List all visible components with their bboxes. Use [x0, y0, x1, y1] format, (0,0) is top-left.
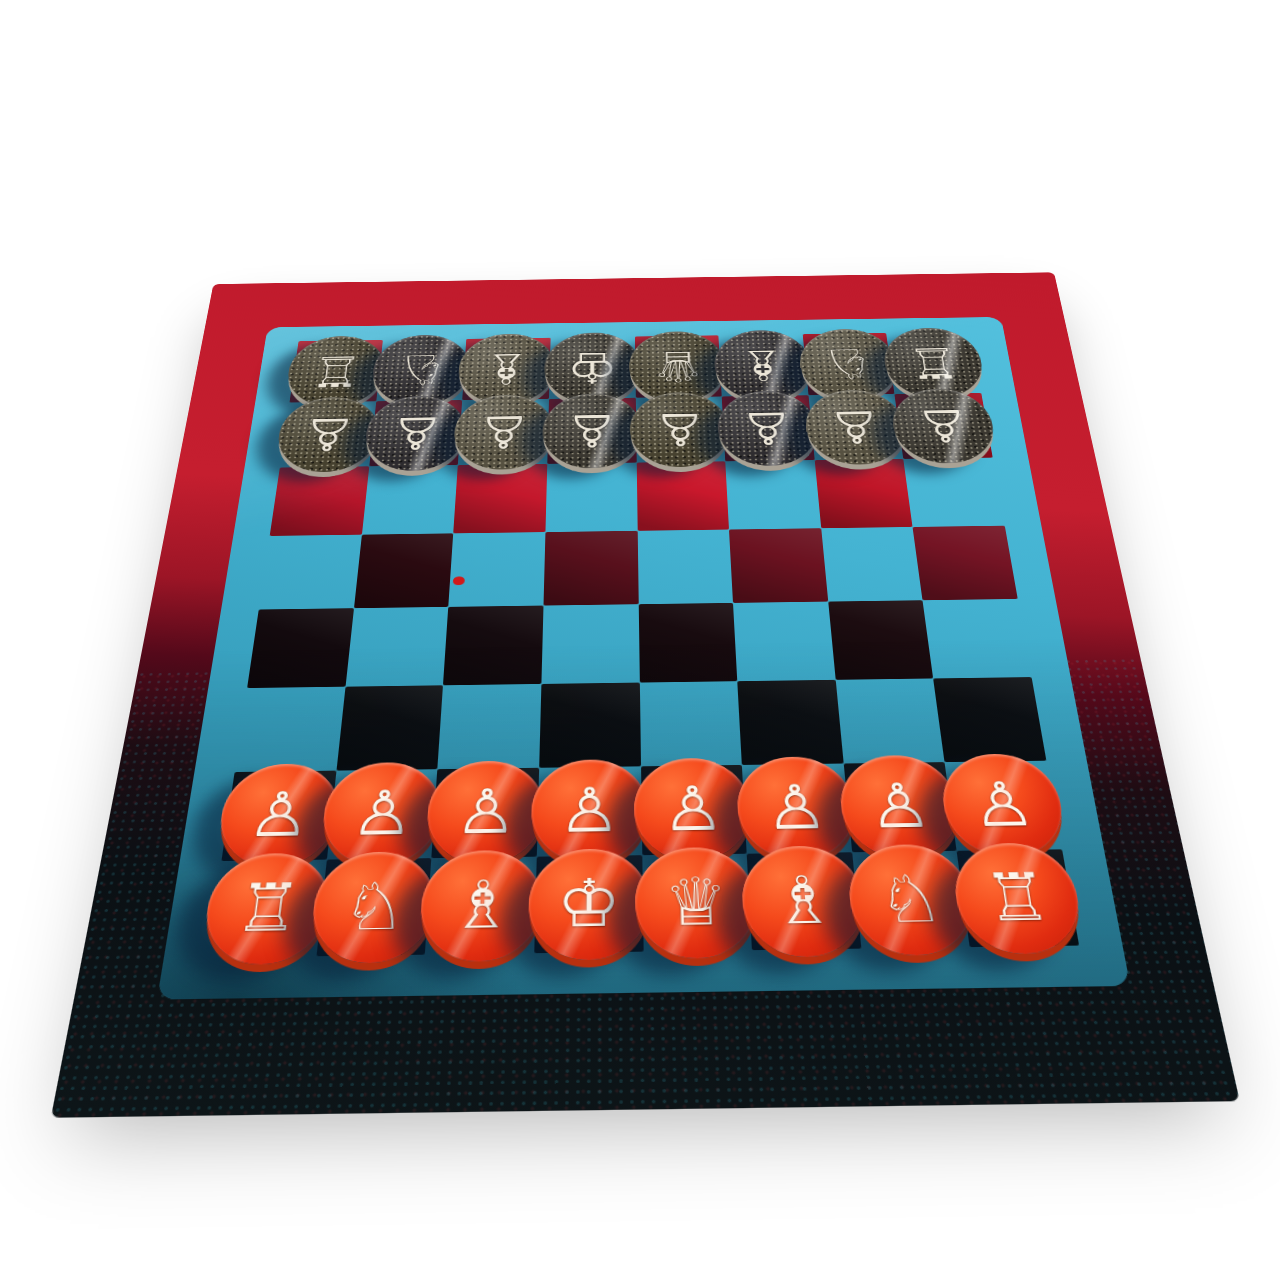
- bishop-glyph: ♗: [736, 344, 790, 386]
- piece-b7-pawn-black[interactable]: ♙: [363, 395, 469, 471]
- pawn-glyph: ♙: [913, 403, 973, 448]
- pawn-glyph: ♙: [740, 405, 796, 450]
- pawn-glyph: ♙: [299, 411, 357, 456]
- pawn-glyph: ♙: [865, 776, 934, 838]
- pawn-glyph: ♙: [661, 779, 725, 841]
- piece-d1-king-red[interactable]: ♔: [527, 848, 650, 961]
- pawn-glyph: ♙: [453, 781, 518, 843]
- piece-c1-bishop-red[interactable]: ♗: [417, 850, 543, 963]
- pawn-glyph: ♙: [349, 783, 416, 845]
- piece-e1-queen-red[interactable]: ♕: [635, 847, 760, 960]
- photo-background: ♖♘♗♔♕♗♘♖♙♙♙♙♙♙♙♙♙♙♙♙♙♙♙♙♖♘♗♔♕♗♘♖: [0, 0, 1280, 1280]
- rook-glyph: ♖: [231, 875, 304, 942]
- pawn-glyph: ♙: [565, 408, 618, 453]
- pawn-glyph: ♙: [244, 784, 314, 846]
- piece-h7-pawn-black[interactable]: ♙: [889, 388, 1000, 464]
- knight-glyph: ♘: [339, 873, 409, 940]
- queen-glyph: ♕: [652, 345, 705, 387]
- knight-glyph: ♘: [874, 866, 946, 932]
- rook-glyph: ♖: [308, 350, 364, 392]
- piece-h1-rook-red[interactable]: ♖: [949, 842, 1087, 954]
- pieces-layer: ♖♘♗♔♕♗♘♖♙♙♙♙♙♙♙♙♙♙♙♙♙♙♙♙♖♘♗♔♕♗♘♖: [207, 332, 1079, 958]
- pawn-glyph: ♙: [388, 410, 445, 455]
- knight-glyph: ♘: [820, 343, 876, 385]
- painted-sheet: ♖♘♗♔♕♗♘♖♙♙♙♙♙♙♙♙♙♙♙♙♙♙♙♙♖♘♗♔♕♗♘♖: [51, 272, 1240, 1117]
- rook-glyph: ♖: [905, 341, 963, 383]
- pawn-glyph: ♙: [477, 409, 532, 454]
- pawn-glyph: ♙: [827, 404, 885, 449]
- queen-glyph: ♕: [663, 869, 729, 936]
- pawn-glyph: ♙: [653, 407, 707, 452]
- king-glyph: ♔: [556, 871, 621, 938]
- pawn-glyph: ♙: [763, 777, 830, 839]
- piece-b1-knight-red[interactable]: ♘: [308, 851, 439, 964]
- bishop-glyph: ♗: [480, 347, 533, 389]
- bishop-glyph: ♗: [448, 872, 515, 939]
- piece-d7-pawn-black[interactable]: ♙: [541, 393, 642, 469]
- bishop-glyph: ♗: [769, 868, 838, 935]
- king-glyph: ♔: [566, 346, 618, 388]
- chess-board: ♖♘♗♔♕♗♘♖♙♙♙♙♙♙♙♙♙♙♙♙♙♙♙♙♖♘♗♔♕♗♘♖: [51, 272, 1240, 1117]
- playing-field: ♖♘♗♔♕♗♘♖♙♙♙♙♙♙♙♙♙♙♙♙♙♙♙♙♖♘♗♔♕♗♘♖: [157, 317, 1130, 1000]
- rook-glyph: ♖: [980, 865, 1054, 931]
- piece-e7-pawn-black[interactable]: ♙: [630, 391, 732, 467]
- pawn-glyph: ♙: [558, 780, 621, 842]
- pawn-glyph: ♙: [967, 774, 1039, 836]
- piece-c7-pawn-black[interactable]: ♙: [452, 394, 555, 470]
- knight-glyph: ♘: [394, 349, 449, 391]
